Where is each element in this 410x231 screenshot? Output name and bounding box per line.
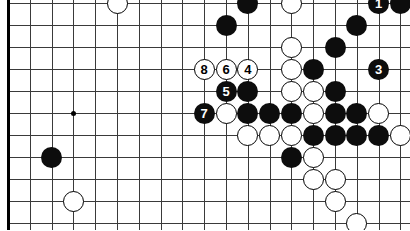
stone-black: [259, 103, 280, 124]
stone-white: [368, 103, 389, 124]
stone-white: [281, 81, 302, 102]
stone-white: [303, 169, 324, 190]
stone-white: [281, 125, 302, 146]
stone-black: [346, 125, 367, 146]
stone-black: [325, 37, 346, 58]
stone-black: [368, 125, 389, 146]
stone-white: [325, 191, 346, 212]
move-3-stone-black: 3: [368, 59, 389, 80]
go-board: 1864357: [0, 0, 410, 230]
board-left-edge-line: [7, 0, 10, 230]
grid-line-vertical: [161, 0, 162, 230]
stone-white: [63, 191, 84, 212]
grid-line-vertical: [30, 0, 31, 230]
stone-black: [325, 103, 346, 124]
stone-white: [281, 0, 302, 14]
stone-black: [216, 15, 237, 36]
move-1-stone-black: 1: [368, 0, 389, 14]
move-7-stone-black: 7: [194, 103, 215, 124]
stone-white: [303, 81, 324, 102]
grid-line-horizontal: [7, 179, 410, 180]
stone-black: [237, 81, 258, 102]
move-5-stone-black: 5: [216, 81, 237, 102]
grid-line-horizontal: [7, 157, 410, 158]
stone-black: [237, 0, 258, 14]
stone-white: [325, 169, 346, 190]
stone-black: [41, 147, 62, 168]
stone-black: [346, 103, 367, 124]
move-6-stone-white: 6: [216, 59, 237, 80]
move-4-stone-white: 4: [237, 59, 258, 80]
grid-line-vertical: [95, 0, 96, 230]
grid-line-vertical: [139, 0, 140, 230]
star-point: [71, 111, 76, 116]
stone-white: [281, 37, 302, 58]
stone-black: [303, 59, 324, 80]
stone-black: [346, 15, 367, 36]
grid-line-vertical: [117, 0, 118, 230]
stone-white: [390, 125, 410, 146]
stone-black: [237, 103, 258, 124]
move-8-stone-white: 8: [194, 59, 215, 80]
stone-black: [325, 125, 346, 146]
stone-white: [303, 147, 324, 168]
grid-line-vertical: [400, 0, 401, 230]
stone-black: [325, 81, 346, 102]
grid-line-vertical: [182, 0, 183, 230]
stone-white: [216, 103, 237, 124]
stone-black: [281, 147, 302, 168]
grid-line-horizontal: [7, 3, 410, 4]
stone-black: [390, 0, 410, 14]
stone-white: [107, 0, 128, 14]
stone-white: [346, 213, 367, 231]
grid-line-vertical: [52, 0, 53, 230]
stone-black: [281, 103, 302, 124]
stone-white: [259, 125, 280, 146]
stone-white: [281, 59, 302, 80]
grid-line-horizontal: [7, 47, 410, 48]
stone-white: [237, 125, 258, 146]
stone-white: [303, 103, 324, 124]
stone-black: [303, 125, 324, 146]
grid-line-horizontal: [7, 91, 410, 92]
